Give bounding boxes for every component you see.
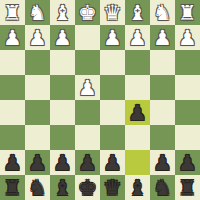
piece-black-pawn[interactable]: ♟ (50, 150, 75, 175)
square-f5[interactable] (50, 100, 75, 125)
square-h2[interactable]: ♟ (0, 25, 25, 50)
square-h3[interactable] (0, 50, 25, 75)
square-f8[interactable]: ♝ (50, 175, 75, 200)
square-a2[interactable]: ♟ (175, 25, 200, 50)
square-g2[interactable]: ♟ (25, 25, 50, 50)
square-h4[interactable] (0, 75, 25, 100)
piece-black-rook[interactable]: ♜ (0, 175, 25, 200)
square-b4[interactable] (150, 75, 175, 100)
square-b3[interactable] (150, 50, 175, 75)
chess-board: ♜♞♝♚♛♝♞♜♟♟♟♟♟♟♟♟♟♟♟♟♟♟♟♟♜♞♝♚♛♝♞♜ (0, 0, 200, 200)
piece-white-queen[interactable]: ♛ (100, 0, 125, 25)
piece-white-pawn[interactable]: ♟ (75, 75, 100, 100)
piece-black-pawn[interactable]: ♟ (100, 150, 125, 175)
square-b2[interactable]: ♟ (150, 25, 175, 50)
square-a4[interactable] (175, 75, 200, 100)
piece-white-rook[interactable]: ♜ (175, 0, 200, 25)
square-d2[interactable]: ♟ (100, 25, 125, 50)
square-f7[interactable]: ♟ (50, 150, 75, 175)
square-g7[interactable]: ♟ (25, 150, 50, 175)
piece-black-pawn[interactable]: ♟ (75, 150, 100, 175)
square-c3[interactable] (125, 50, 150, 75)
square-d3[interactable] (100, 50, 125, 75)
square-g5[interactable] (25, 100, 50, 125)
square-e8[interactable]: ♚ (75, 175, 100, 200)
square-a6[interactable] (175, 125, 200, 150)
piece-black-king[interactable]: ♚ (75, 175, 100, 200)
piece-white-pawn[interactable]: ♟ (50, 25, 75, 50)
piece-white-bishop[interactable]: ♝ (125, 0, 150, 25)
square-c5[interactable]: ♟ (125, 100, 150, 125)
square-e2[interactable] (75, 25, 100, 50)
square-h5[interactable] (0, 100, 25, 125)
square-h8[interactable]: ♜ (0, 175, 25, 200)
piece-black-pawn[interactable]: ♟ (150, 150, 175, 175)
piece-black-queen[interactable]: ♛ (100, 175, 125, 200)
square-g1[interactable]: ♞ (25, 0, 50, 25)
square-h7[interactable]: ♟ (0, 150, 25, 175)
square-d4[interactable] (100, 75, 125, 100)
square-e3[interactable] (75, 50, 100, 75)
square-c6[interactable] (125, 125, 150, 150)
piece-black-bishop[interactable]: ♝ (125, 175, 150, 200)
piece-white-knight[interactable]: ♞ (150, 0, 175, 25)
piece-white-bishop[interactable]: ♝ (50, 0, 75, 25)
square-e7[interactable]: ♟ (75, 150, 100, 175)
square-g8[interactable]: ♞ (25, 175, 50, 200)
square-c2[interactable]: ♟ (125, 25, 150, 50)
square-e4[interactable]: ♟ (75, 75, 100, 100)
piece-black-pawn[interactable]: ♟ (0, 150, 25, 175)
square-f6[interactable] (50, 125, 75, 150)
square-a8[interactable]: ♜ (175, 175, 200, 200)
square-b8[interactable]: ♞ (150, 175, 175, 200)
square-b6[interactable] (150, 125, 175, 150)
square-d7[interactable]: ♟ (100, 150, 125, 175)
piece-black-pawn[interactable]: ♟ (175, 150, 200, 175)
square-f2[interactable]: ♟ (50, 25, 75, 50)
square-c8[interactable]: ♝ (125, 175, 150, 200)
piece-black-pawn[interactable]: ♟ (25, 150, 50, 175)
square-f4[interactable] (50, 75, 75, 100)
square-f3[interactable] (50, 50, 75, 75)
square-c1[interactable]: ♝ (125, 0, 150, 25)
piece-black-bishop[interactable]: ♝ (50, 175, 75, 200)
piece-white-knight[interactable]: ♞ (25, 0, 50, 25)
square-h6[interactable] (0, 125, 25, 150)
square-c7[interactable] (125, 150, 150, 175)
square-f1[interactable]: ♝ (50, 0, 75, 25)
piece-white-pawn[interactable]: ♟ (175, 25, 200, 50)
square-g6[interactable] (25, 125, 50, 150)
square-d8[interactable]: ♛ (100, 175, 125, 200)
square-b7[interactable]: ♟ (150, 150, 175, 175)
piece-black-rook[interactable]: ♜ (175, 175, 200, 200)
piece-black-knight[interactable]: ♞ (150, 175, 175, 200)
piece-black-knight[interactable]: ♞ (25, 175, 50, 200)
piece-white-king[interactable]: ♚ (75, 0, 100, 25)
square-a1[interactable]: ♜ (175, 0, 200, 25)
piece-white-pawn[interactable]: ♟ (125, 25, 150, 50)
square-c4[interactable] (125, 75, 150, 100)
square-e1[interactable]: ♚ (75, 0, 100, 25)
square-e5[interactable] (75, 100, 100, 125)
piece-white-pawn[interactable]: ♟ (0, 25, 25, 50)
square-b1[interactable]: ♞ (150, 0, 175, 25)
piece-white-rook[interactable]: ♜ (0, 0, 25, 25)
square-g4[interactable] (25, 75, 50, 100)
square-e6[interactable] (75, 125, 100, 150)
square-d6[interactable] (100, 125, 125, 150)
square-a7[interactable]: ♟ (175, 150, 200, 175)
square-g3[interactable] (25, 50, 50, 75)
piece-white-pawn[interactable]: ♟ (100, 25, 125, 50)
piece-white-pawn[interactable]: ♟ (150, 25, 175, 50)
square-d5[interactable] (100, 100, 125, 125)
piece-white-pawn[interactable]: ♟ (25, 25, 50, 50)
square-b5[interactable] (150, 100, 175, 125)
square-d1[interactable]: ♛ (100, 0, 125, 25)
square-a5[interactable] (175, 100, 200, 125)
piece-black-pawn[interactable]: ♟ (125, 100, 150, 125)
square-a3[interactable] (175, 50, 200, 75)
square-h1[interactable]: ♜ (0, 0, 25, 25)
